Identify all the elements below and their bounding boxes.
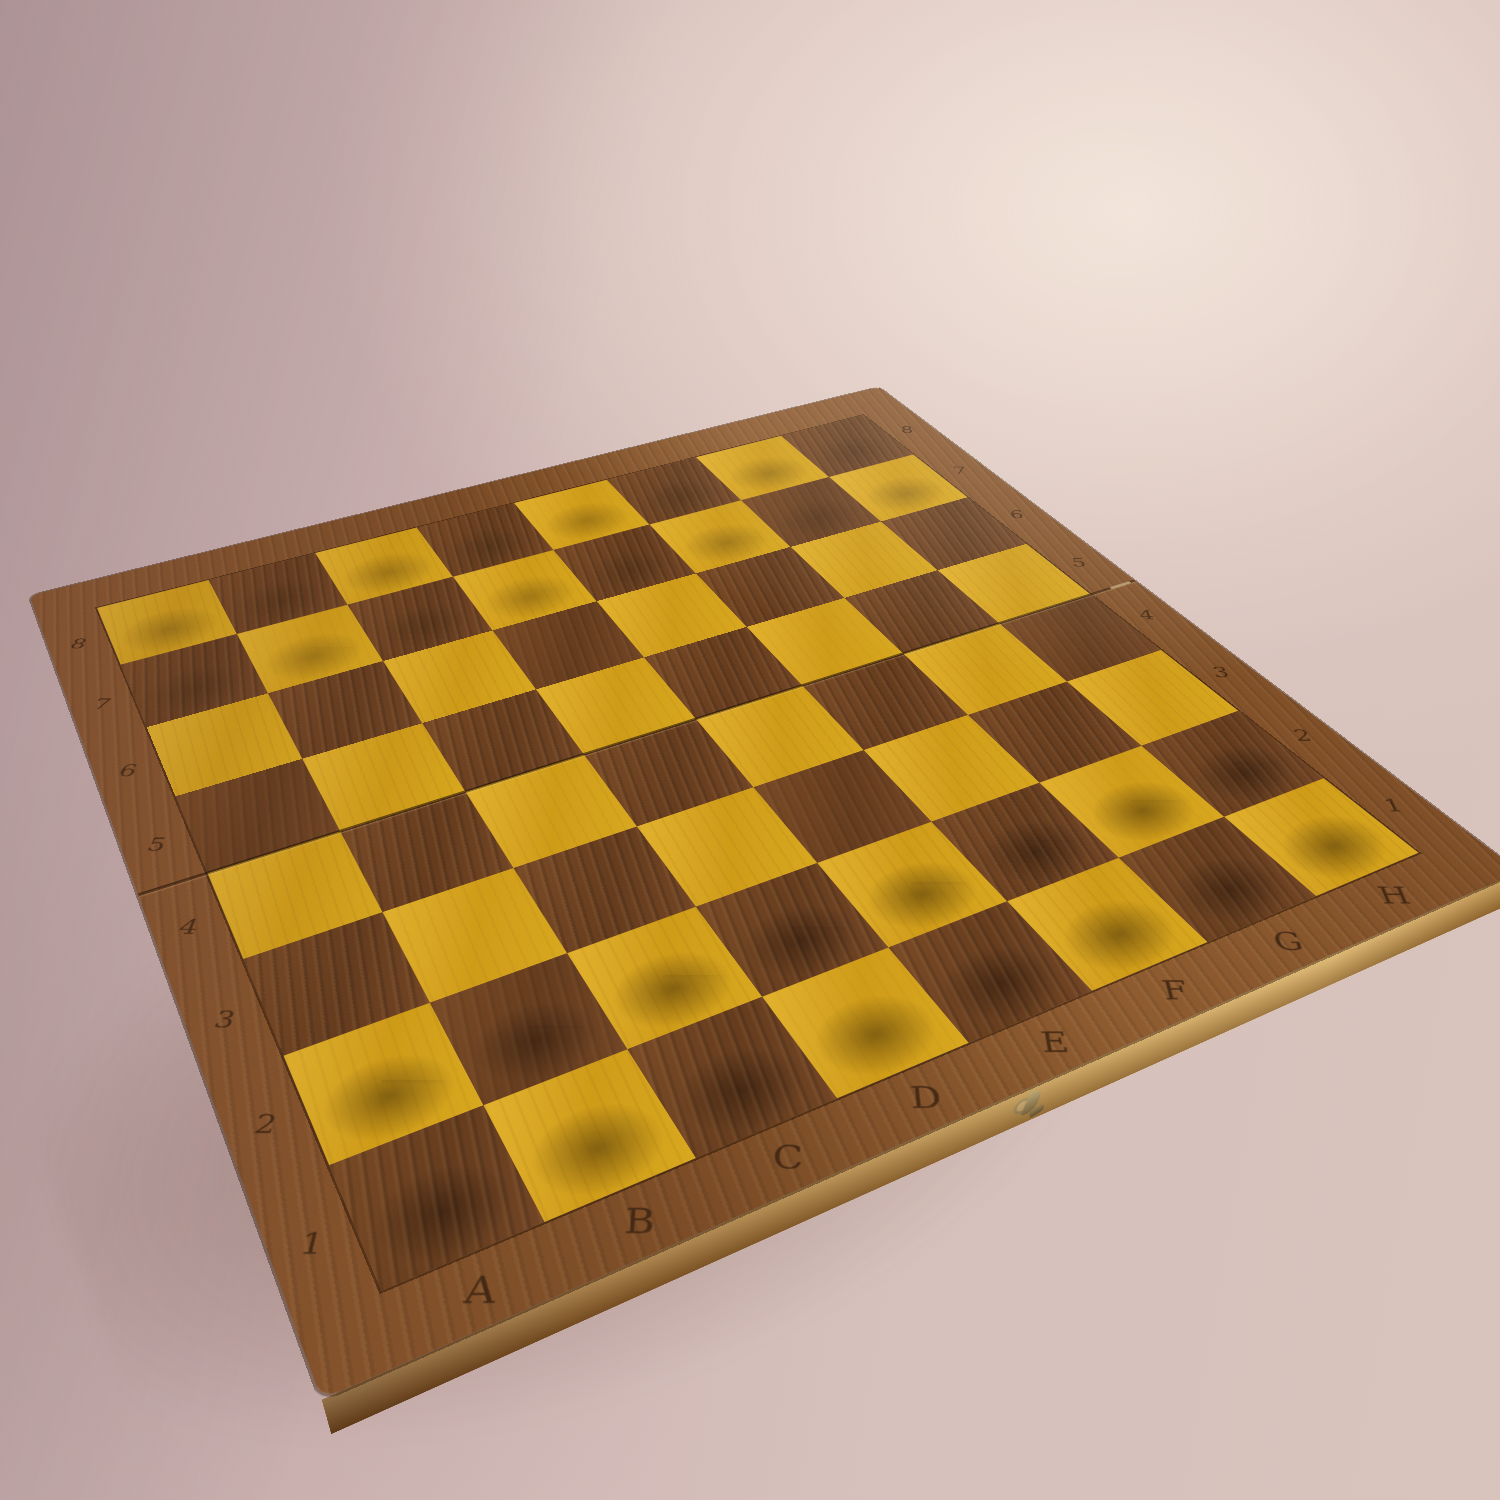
rank-label-left-7: 7 <box>60 669 142 741</box>
square-b7[interactable]: ♟ <box>237 605 383 694</box>
black-cone-finial <box>473 328 495 366</box>
square-a7[interactable]: ♟ <box>121 634 268 727</box>
clasp-ring <box>1013 1095 1033 1117</box>
rank-label-left-8: 8 <box>38 612 117 677</box>
rank-label-right-8: 8 <box>886 408 929 452</box>
clasp-hook <box>1020 1089 1043 1116</box>
scene: ♜♞♝♚♛♝♞♜♟♟♟♟♟♟♟♟♟♟♟♟♟♟♟♟♜♞♝♚♛♝♞♜ ABCDEFG… <box>0 0 1500 1500</box>
square-a1[interactable]: ♜ <box>329 1105 544 1291</box>
white-cone-finial <box>848 718 880 772</box>
